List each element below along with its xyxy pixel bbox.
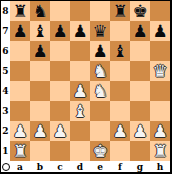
file-label-b: b xyxy=(30,161,50,172)
piece-white-king[interactable]: ♚ xyxy=(92,141,107,161)
piece-white-bishop[interactable]: ♝ xyxy=(72,101,87,121)
piece-white-rook[interactable]: ♜ xyxy=(152,141,167,161)
square-c3[interactable] xyxy=(50,101,70,121)
square-h7[interactable]: ♟ xyxy=(150,21,170,41)
piece-black-rook[interactable]: ♜ xyxy=(12,1,27,21)
rank-label-2: 2 xyxy=(1,121,10,141)
piece-black-pawn[interactable]: ♟ xyxy=(92,41,107,61)
file-label-h: h xyxy=(150,161,170,172)
white-to-move-indicator xyxy=(2,163,10,171)
square-e2[interactable] xyxy=(90,121,110,141)
square-b8[interactable]: ♞ xyxy=(30,1,50,21)
square-g3[interactable] xyxy=(130,101,150,121)
square-b6[interactable]: ♟ xyxy=(30,41,50,61)
move-indicator-cell xyxy=(1,161,10,172)
rank-label-8: 8 xyxy=(1,1,10,21)
rank-label-4: 4 xyxy=(1,81,10,101)
square-c1[interactable] xyxy=(50,141,70,161)
square-c4[interactable] xyxy=(50,81,70,101)
square-a6[interactable] xyxy=(10,41,30,61)
file-label-a: a xyxy=(10,161,30,172)
square-d2[interactable] xyxy=(70,121,90,141)
square-d6[interactable] xyxy=(70,41,90,61)
square-b1[interactable] xyxy=(30,141,50,161)
rank-label-7: 7 xyxy=(1,21,10,41)
square-a5[interactable] xyxy=(10,61,30,81)
piece-white-knight[interactable]: ♞ xyxy=(92,61,107,81)
file-label-d: d xyxy=(70,161,90,172)
square-h4[interactable] xyxy=(150,81,170,101)
square-c6[interactable] xyxy=(50,41,70,61)
square-h5[interactable]: ♛ xyxy=(150,61,170,81)
square-d4[interactable]: ♟ xyxy=(70,81,90,101)
piece-black-pawn[interactable]: ♟ xyxy=(72,21,87,41)
square-c2[interactable]: ♟ xyxy=(50,121,70,141)
square-f3[interactable] xyxy=(110,101,130,121)
piece-black-pawn[interactable]: ♟ xyxy=(152,21,167,41)
square-b2[interactable]: ♟ xyxy=(30,121,50,141)
file-label-f: f xyxy=(110,161,130,172)
rank-label-3: 3 xyxy=(1,101,10,121)
square-e3[interactable] xyxy=(90,101,110,121)
rank-label-1: 1 xyxy=(1,141,10,161)
square-g6[interactable] xyxy=(130,41,150,61)
square-e7[interactable]: ♛ xyxy=(90,21,110,41)
rank-label-6: 6 xyxy=(1,41,10,61)
square-b7[interactable]: ♝ xyxy=(30,21,50,41)
chess-board-window: 8♜♞♜♚7♟♝♟♟♛♟♟6♟♟♝5♞♛4♟♞3♝2♟♟♟♟♟♟1♜♚♜abcd… xyxy=(0,0,172,174)
square-h2[interactable]: ♟ xyxy=(150,121,170,141)
piece-white-pawn[interactable]: ♟ xyxy=(52,121,67,141)
square-e4[interactable]: ♞ xyxy=(90,81,110,101)
square-h1[interactable]: ♜ xyxy=(150,141,170,161)
piece-black-bishop[interactable]: ♝ xyxy=(112,41,127,61)
square-f7[interactable] xyxy=(110,21,130,41)
square-f5[interactable] xyxy=(110,61,130,81)
square-g8[interactable]: ♚ xyxy=(130,1,150,21)
piece-black-bishop[interactable]: ♝ xyxy=(32,21,47,41)
square-f2[interactable]: ♟ xyxy=(110,121,130,141)
piece-black-knight[interactable]: ♞ xyxy=(32,1,47,21)
file-label-c: c xyxy=(50,161,70,172)
square-a2[interactable]: ♟ xyxy=(10,121,30,141)
piece-black-queen[interactable]: ♛ xyxy=(92,21,107,41)
piece-black-rook[interactable]: ♜ xyxy=(112,1,127,21)
square-g7[interactable]: ♟ xyxy=(130,21,150,41)
piece-white-knight[interactable]: ♞ xyxy=(92,81,107,101)
square-g2[interactable]: ♟ xyxy=(130,121,150,141)
file-label-g: g xyxy=(130,161,150,172)
file-label-e: e xyxy=(90,161,110,172)
square-c8[interactable] xyxy=(50,1,70,21)
square-h6[interactable] xyxy=(150,41,170,61)
square-e5[interactable]: ♞ xyxy=(90,61,110,81)
square-f8[interactable]: ♜ xyxy=(110,1,130,21)
piece-white-pawn[interactable]: ♟ xyxy=(12,121,27,141)
square-a8[interactable]: ♜ xyxy=(10,1,30,21)
square-d5[interactable] xyxy=(70,61,90,81)
square-f6[interactable]: ♝ xyxy=(110,41,130,61)
square-g1[interactable] xyxy=(130,141,150,161)
square-h8[interactable] xyxy=(150,1,170,21)
square-h3[interactable] xyxy=(150,101,170,121)
piece-black-pawn[interactable]: ♟ xyxy=(132,21,147,41)
square-d1[interactable] xyxy=(70,141,90,161)
square-a7[interactable]: ♟ xyxy=(10,21,30,41)
square-d3[interactable]: ♝ xyxy=(70,101,90,121)
square-d8[interactable] xyxy=(70,1,90,21)
piece-black-pawn[interactable]: ♟ xyxy=(32,41,47,61)
piece-black-pawn[interactable]: ♟ xyxy=(52,21,67,41)
square-a1[interactable]: ♜ xyxy=(10,141,30,161)
rank-label-5: 5 xyxy=(1,61,10,81)
piece-black-pawn[interactable]: ♟ xyxy=(12,21,27,41)
square-b5[interactable] xyxy=(30,61,50,81)
square-b3[interactable] xyxy=(30,101,50,121)
square-f1[interactable] xyxy=(110,141,130,161)
square-c5[interactable] xyxy=(50,61,70,81)
square-g5[interactable] xyxy=(130,61,150,81)
piece-white-rook[interactable]: ♜ xyxy=(12,141,27,161)
square-e8[interactable] xyxy=(90,1,110,21)
piece-white-pawn[interactable]: ♟ xyxy=(152,121,167,141)
piece-white-pawn[interactable]: ♟ xyxy=(72,81,87,101)
piece-black-king[interactable]: ♚ xyxy=(132,1,147,21)
square-c7[interactable]: ♟ xyxy=(50,21,70,41)
piece-white-queen[interactable]: ♛ xyxy=(152,61,167,81)
piece-white-pawn[interactable]: ♟ xyxy=(132,121,147,141)
board-grid: 8♜♞♜♚7♟♝♟♟♛♟♟6♟♟♝5♞♛4♟♞3♝2♟♟♟♟♟♟1♜♚♜abcd… xyxy=(1,1,170,172)
square-a3[interactable] xyxy=(10,101,30,121)
piece-white-pawn[interactable]: ♟ xyxy=(32,121,47,141)
square-g4[interactable] xyxy=(130,81,150,101)
square-f4[interactable] xyxy=(110,81,130,101)
square-b4[interactable] xyxy=(30,81,50,101)
square-e6[interactable]: ♟ xyxy=(90,41,110,61)
piece-white-pawn[interactable]: ♟ xyxy=(112,121,127,141)
square-d7[interactable]: ♟ xyxy=(70,21,90,41)
square-a4[interactable] xyxy=(10,81,30,101)
square-e1[interactable]: ♚ xyxy=(90,141,110,161)
